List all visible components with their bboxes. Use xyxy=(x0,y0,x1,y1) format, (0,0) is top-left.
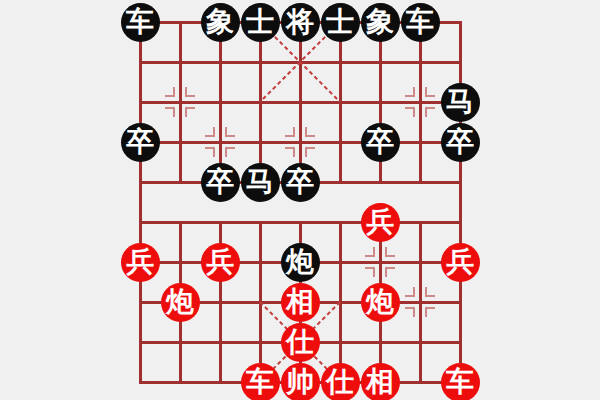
board-point: 卒 xyxy=(280,162,320,202)
board-point: 卒 xyxy=(200,162,240,202)
board-point: 仕 xyxy=(280,322,320,362)
piece-black-soldier[interactable]: 卒 xyxy=(441,123,480,162)
piece-red-elephant[interactable]: 相 xyxy=(281,283,320,322)
piece-black-horse[interactable]: 马 xyxy=(241,163,280,202)
board-point: 卒 xyxy=(120,122,160,162)
board-point: 兵 xyxy=(200,242,240,282)
board-point: 卒 xyxy=(440,122,480,162)
piece-black-soldier[interactable]: 卒 xyxy=(201,163,240,202)
xiangqi-board: 车象士将士象车马卒卒卒卒马卒兵兵兵炮兵炮相炮仕车帅仕相车 xyxy=(120,2,480,400)
piece-red-elephant[interactable]: 相 xyxy=(361,363,400,400)
piece-black-advisor[interactable]: 士 xyxy=(321,3,360,42)
xiangqi-app: 车象士将士象车马卒卒卒卒马卒兵兵兵炮兵炮相炮仕车帅仕相车 xyxy=(0,0,600,400)
board-point: 炮 xyxy=(280,242,320,282)
board-point: 车 xyxy=(400,2,440,42)
piece-black-elephant[interactable]: 象 xyxy=(201,3,240,42)
board-point: 炮 xyxy=(360,282,400,322)
piece-black-elephant[interactable]: 象 xyxy=(361,3,400,42)
board-point: 兵 xyxy=(360,202,400,242)
board-point: 兵 xyxy=(440,242,480,282)
board-point: 车 xyxy=(440,362,480,400)
board-point: 车 xyxy=(120,2,160,42)
piece-red-soldier[interactable]: 兵 xyxy=(361,203,400,242)
board-point: 相 xyxy=(280,282,320,322)
board-point: 帅 xyxy=(280,362,320,400)
board-point: 兵 xyxy=(120,242,160,282)
board-point: 士 xyxy=(320,2,360,42)
piece-red-general[interactable]: 帅 xyxy=(281,363,320,400)
piece-black-general[interactable]: 将 xyxy=(281,3,320,42)
piece-black-chariot[interactable]: 车 xyxy=(401,3,440,42)
piece-black-soldier[interactable]: 卒 xyxy=(121,123,160,162)
board-point: 将 xyxy=(280,2,320,42)
board-point: 士 xyxy=(240,2,280,42)
piece-red-advisor[interactable]: 仕 xyxy=(321,363,360,400)
board-point: 仕 xyxy=(320,362,360,400)
piece-black-soldier[interactable]: 卒 xyxy=(281,163,320,202)
board-point: 马 xyxy=(240,162,280,202)
piece-red-cannon[interactable]: 炮 xyxy=(361,283,400,322)
piece-red-chariot[interactable]: 车 xyxy=(241,363,280,400)
board-point: 相 xyxy=(360,362,400,400)
board-point: 炮 xyxy=(160,282,200,322)
board-point: 卒 xyxy=(360,122,400,162)
piece-red-soldier[interactable]: 兵 xyxy=(441,243,480,282)
piece-black-cannon[interactable]: 炮 xyxy=(281,243,320,282)
piece-red-soldier[interactable]: 兵 xyxy=(121,243,160,282)
board-point: 象 xyxy=(200,2,240,42)
piece-black-advisor[interactable]: 士 xyxy=(241,3,280,42)
piece-red-chariot[interactable]: 车 xyxy=(441,363,480,400)
piece-red-soldier[interactable]: 兵 xyxy=(201,243,240,282)
board-point: 马 xyxy=(440,82,480,122)
piece-red-advisor[interactable]: 仕 xyxy=(281,323,320,362)
piece-red-cannon[interactable]: 炮 xyxy=(161,283,200,322)
piece-black-soldier[interactable]: 卒 xyxy=(361,123,400,162)
piece-black-horse[interactable]: 马 xyxy=(441,83,480,122)
board-point: 象 xyxy=(360,2,400,42)
board-point: 车 xyxy=(240,362,280,400)
piece-black-chariot[interactable]: 车 xyxy=(121,3,160,42)
